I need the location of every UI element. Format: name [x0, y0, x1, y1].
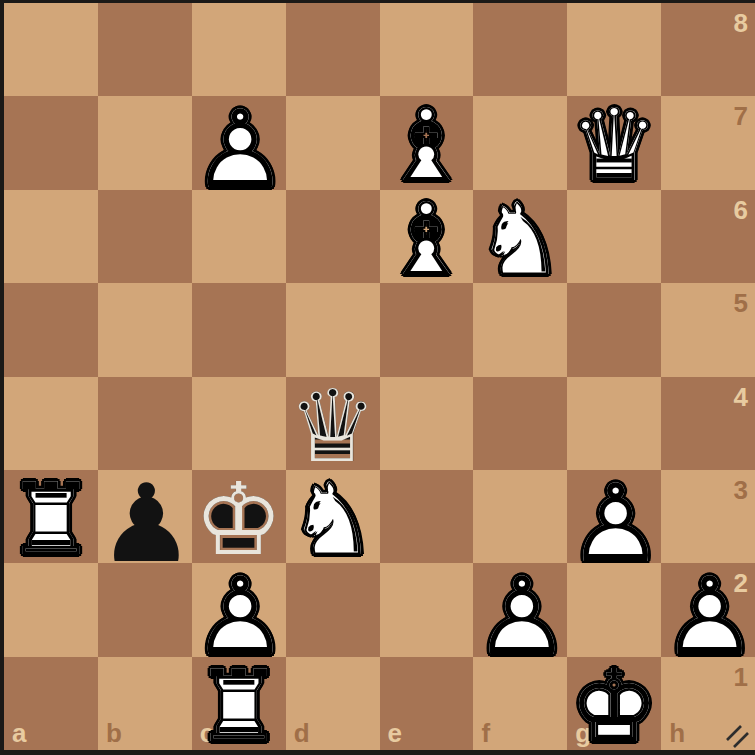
rank-label-8: 8: [734, 10, 748, 36]
black-king-c3[interactable]: ♚♔: [192, 470, 286, 563]
square-h2[interactable]: 2♟♙: [661, 563, 755, 656]
square-e6[interactable]: ♝♗: [380, 190, 474, 283]
square-d5[interactable]: [286, 283, 380, 376]
square-f8[interactable]: [473, 3, 567, 96]
white-pawn-c7[interactable]: ♟♙: [192, 96, 286, 189]
square-g8[interactable]: [567, 3, 661, 96]
rank-label-7: 7: [734, 103, 748, 129]
white-bishop-e6[interactable]: ♝♗: [380, 190, 474, 283]
square-e8[interactable]: [380, 3, 474, 96]
board-container: 8♟♙♝♗♛♕7♝♗♞♘65♛♕4♜♖♟♚♔♞♘♟♙3♟♙♟♙2♟♙abc♜♖d…: [0, 0, 755, 755]
white-king-g1[interactable]: ♚♔: [567, 657, 661, 750]
square-b3[interactable]: ♟: [98, 470, 192, 563]
square-b1[interactable]: b: [98, 657, 192, 750]
piece-glyph-outline: ♖: [6, 470, 96, 570]
square-b6[interactable]: [98, 190, 192, 283]
square-e4[interactable]: [380, 377, 474, 470]
square-d3[interactable]: ♞♘: [286, 470, 380, 563]
white-pawn-h2[interactable]: ♟♙: [661, 563, 755, 656]
square-a2[interactable]: [4, 563, 98, 656]
piece-glyph-outline: ♕: [569, 96, 659, 196]
piece-glyph-outline: ♙: [473, 563, 570, 671]
file-label-f: f: [481, 720, 490, 746]
square-d6[interactable]: [286, 190, 380, 283]
square-f5[interactable]: [473, 283, 567, 376]
rank-label-3: 3: [734, 477, 748, 503]
rank-label-1: 1: [734, 664, 748, 690]
piece-glyph-outline: ♙: [192, 96, 289, 204]
square-c8[interactable]: [192, 3, 286, 96]
square-h5[interactable]: 5: [661, 283, 755, 376]
square-g1[interactable]: g♚♔: [567, 657, 661, 750]
white-rook-a3[interactable]: ♜♖: [4, 470, 98, 563]
square-f6[interactable]: ♞♘: [473, 190, 567, 283]
resize-handle-icon[interactable]: [724, 723, 750, 749]
square-h8[interactable]: 8: [661, 3, 755, 96]
file-label-d: d: [294, 720, 310, 746]
square-h3[interactable]: 3: [661, 470, 755, 563]
square-a5[interactable]: [4, 283, 98, 376]
file-label-b: b: [106, 720, 122, 746]
square-e2[interactable]: [380, 563, 474, 656]
square-c4[interactable]: [192, 377, 286, 470]
white-rook-c1[interactable]: ♜♖: [192, 657, 286, 750]
square-d1[interactable]: d: [286, 657, 380, 750]
white-pawn-c2[interactable]: ♟♙: [192, 563, 286, 656]
rank-label-4: 4: [734, 384, 748, 410]
square-a3[interactable]: ♜♖: [4, 470, 98, 563]
piece-glyph-outline: ♘: [475, 190, 565, 290]
square-a6[interactable]: [4, 190, 98, 283]
square-d7[interactable]: [286, 96, 380, 189]
piece-glyph-outline: ♙: [661, 563, 755, 671]
chess-board: 8♟♙♝♗♛♕7♝♗♞♘65♛♕4♜♖♟♚♔♞♘♟♙3♟♙♟♙2♟♙abc♜♖d…: [4, 3, 755, 750]
square-a4[interactable]: [4, 377, 98, 470]
square-f2[interactable]: ♟♙: [473, 563, 567, 656]
white-queen-g7[interactable]: ♛♕: [567, 96, 661, 189]
square-f3[interactable]: [473, 470, 567, 563]
square-g2[interactable]: [567, 563, 661, 656]
file-label-a: a: [12, 720, 26, 746]
square-d2[interactable]: [286, 563, 380, 656]
square-b7[interactable]: [98, 96, 192, 189]
piece-glyph-outline: ♘: [288, 470, 378, 570]
square-d4[interactable]: ♛♕: [286, 377, 380, 470]
square-g5[interactable]: [567, 283, 661, 376]
square-c5[interactable]: [192, 283, 286, 376]
square-e3[interactable]: [380, 470, 474, 563]
white-knight-f6[interactable]: ♞♘: [473, 190, 567, 283]
white-bishop-e7[interactable]: ♝♗: [380, 96, 474, 189]
white-pawn-g3[interactable]: ♟♙: [567, 470, 661, 563]
square-g6[interactable]: [567, 190, 661, 283]
square-e5[interactable]: [380, 283, 474, 376]
rank-label-6: 6: [734, 197, 748, 223]
square-h4[interactable]: 4: [661, 377, 755, 470]
piece-glyph-outline: ♙: [567, 470, 664, 578]
black-pawn-b3[interactable]: ♟: [98, 470, 192, 563]
square-f7[interactable]: [473, 96, 567, 189]
white-pawn-f2[interactable]: ♟♙: [473, 563, 567, 656]
white-knight-d3[interactable]: ♞♘: [286, 470, 380, 563]
square-c6[interactable]: [192, 190, 286, 283]
square-b8[interactable]: [98, 3, 192, 96]
black-queen-d4[interactable]: ♛♕: [286, 377, 380, 470]
file-label-h: h: [669, 720, 685, 746]
square-h6[interactable]: 6: [661, 190, 755, 283]
file-label-e: e: [388, 720, 402, 746]
square-b5[interactable]: [98, 283, 192, 376]
square-g7[interactable]: ♛♕: [567, 96, 661, 189]
rank-label-5: 5: [734, 290, 748, 316]
square-a1[interactable]: a: [4, 657, 98, 750]
square-c7[interactable]: ♟♙: [192, 96, 286, 189]
piece-glyph-fill: ♟: [98, 470, 195, 578]
square-c1[interactable]: c♜♖: [192, 657, 286, 750]
piece-glyph-outline: ♔: [569, 657, 659, 755]
square-e1[interactable]: e: [380, 657, 474, 750]
square-a8[interactable]: [4, 3, 98, 96]
square-b2[interactable]: [98, 563, 192, 656]
square-f1[interactable]: f: [473, 657, 567, 750]
square-c2[interactable]: ♟♙: [192, 563, 286, 656]
square-g3[interactable]: ♟♙: [567, 470, 661, 563]
square-h7[interactable]: 7: [661, 96, 755, 189]
square-g4[interactable]: [567, 377, 661, 470]
piece-glyph-outline: ♗: [382, 190, 472, 290]
square-b4[interactable]: [98, 377, 192, 470]
square-d8[interactable]: [286, 3, 380, 96]
piece-glyph-outline: ♖: [194, 657, 284, 755]
square-f4[interactable]: [473, 377, 567, 470]
square-a7[interactable]: [4, 96, 98, 189]
square-e7[interactable]: ♝♗: [380, 96, 474, 189]
square-c3[interactable]: ♚♔: [192, 470, 286, 563]
